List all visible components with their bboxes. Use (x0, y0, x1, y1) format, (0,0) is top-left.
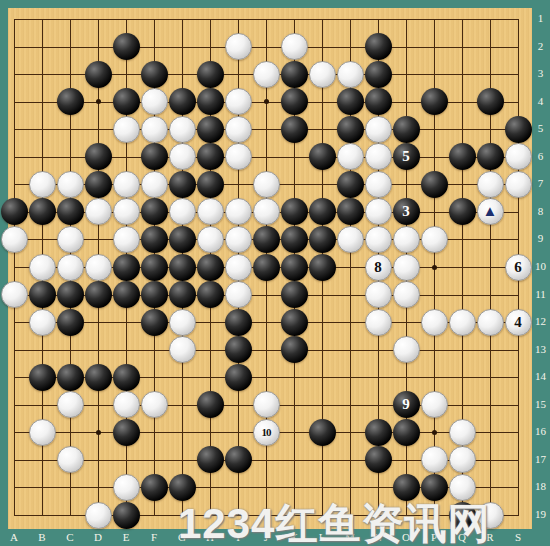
white-stone-F15 (141, 391, 168, 418)
white-stone-O13 (393, 336, 420, 363)
row-label-6: 6 (532, 150, 549, 162)
black-stone-K13 (281, 336, 308, 363)
black-stone-E16 (113, 419, 140, 446)
row-label-18: 18 (532, 480, 549, 492)
white-stone-D19 (85, 502, 112, 529)
black-stone-C11 (57, 281, 84, 308)
white-stone-F4 (141, 88, 168, 115)
black-stone-H5 (197, 116, 224, 143)
row-label-11: 11 (532, 288, 549, 300)
black-stone-L10 (309, 254, 336, 281)
black-stone-J10 (253, 254, 280, 281)
white-stone-C17 (57, 446, 84, 473)
black-stone-K8 (281, 198, 308, 225)
black-stone-B8 (29, 198, 56, 225)
black-stone-N17 (365, 446, 392, 473)
move-number-8: 8 (374, 260, 382, 275)
black-stone-F6 (141, 143, 168, 170)
row-label-9: 9 (532, 232, 549, 244)
white-stone-R7 (477, 171, 504, 198)
black-stone-H10 (197, 254, 224, 281)
black-stone-F3 (141, 61, 168, 88)
watermark-text: 1234红鱼资讯网 (178, 496, 550, 546)
black-stone-G10 (169, 254, 196, 281)
white-stone-F5 (141, 116, 168, 143)
white-stone-E5 (113, 116, 140, 143)
black-stone-O15: 9 (393, 391, 420, 418)
white-stone-I4 (225, 88, 252, 115)
white-stone-O11 (393, 281, 420, 308)
white-stone-C7 (57, 171, 84, 198)
row-label-2: 2 (532, 40, 549, 52)
grid-line (14, 350, 519, 351)
white-stone-N10: 8 (365, 254, 392, 281)
white-stone-M6 (337, 143, 364, 170)
black-stone-D11 (85, 281, 112, 308)
white-stone-S7 (505, 171, 532, 198)
black-stone-N2 (365, 33, 392, 60)
move-number-9: 9 (402, 397, 410, 412)
black-stone-H17 (197, 446, 224, 473)
white-stone-R12 (477, 309, 504, 336)
black-stone-M8 (337, 198, 364, 225)
black-stone-I13 (225, 336, 252, 363)
white-stone-K2 (281, 33, 308, 60)
white-stone-C10 (57, 254, 84, 281)
black-stone-E2 (113, 33, 140, 60)
white-stone-B12 (29, 309, 56, 336)
black-stone-I12 (225, 309, 252, 336)
black-stone-I17 (225, 446, 252, 473)
white-stone-D10 (85, 254, 112, 281)
white-stone-H9 (197, 226, 224, 253)
black-stone-E19 (113, 502, 140, 529)
black-stone-H11 (197, 281, 224, 308)
white-stone-J15 (253, 391, 280, 418)
col-label-E: E (116, 531, 136, 543)
white-stone-B10 (29, 254, 56, 281)
col-label-F: F (144, 531, 164, 543)
black-stone-O5 (393, 116, 420, 143)
black-stone-D14 (85, 364, 112, 391)
black-stone-G11 (169, 281, 196, 308)
row-label-17: 17 (532, 453, 549, 465)
black-stone-G7 (169, 171, 196, 198)
black-stone-C8 (57, 198, 84, 225)
hoshi-dot (264, 99, 269, 104)
black-stone-R6 (477, 143, 504, 170)
white-stone-S6 (505, 143, 532, 170)
white-stone-G12 (169, 309, 196, 336)
black-stone-A8 (1, 198, 28, 225)
black-stone-H4 (197, 88, 224, 115)
white-stone-N8 (365, 198, 392, 225)
white-stone-N7 (365, 171, 392, 198)
white-stone-N5 (365, 116, 392, 143)
white-stone-M3 (337, 61, 364, 88)
white-stone-N12 (365, 309, 392, 336)
white-stone-N11 (365, 281, 392, 308)
white-stone-M9 (337, 226, 364, 253)
black-stone-D6 (85, 143, 112, 170)
black-stone-P7 (421, 171, 448, 198)
black-stone-E4 (113, 88, 140, 115)
white-stone-I8 (225, 198, 252, 225)
white-stone-J16: 10 (253, 419, 280, 446)
white-stone-L3 (309, 61, 336, 88)
white-stone-N9 (365, 226, 392, 253)
white-stone-R8: ▲ (477, 198, 504, 225)
row-label-13: 13 (532, 343, 549, 355)
black-stone-J9 (253, 226, 280, 253)
row-label-5: 5 (532, 122, 549, 134)
white-stone-G13 (169, 336, 196, 363)
row-label-15: 15 (532, 398, 549, 410)
white-stone-C9 (57, 226, 84, 253)
black-stone-F11 (141, 281, 168, 308)
black-stone-Q8 (449, 198, 476, 225)
white-stone-A9 (1, 226, 28, 253)
white-stone-I9 (225, 226, 252, 253)
white-stone-E18 (113, 474, 140, 501)
white-stone-I2 (225, 33, 252, 60)
white-stone-S12: 4 (505, 309, 532, 336)
white-stone-G6 (169, 143, 196, 170)
hoshi-dot (96, 430, 101, 435)
white-stone-F7 (141, 171, 168, 198)
col-label-B: B (32, 531, 52, 543)
black-stone-H6 (197, 143, 224, 170)
col-label-C: C (60, 531, 80, 543)
black-stone-F12 (141, 309, 168, 336)
black-stone-S5 (505, 116, 532, 143)
black-stone-B14 (29, 364, 56, 391)
black-stone-L9 (309, 226, 336, 253)
white-stone-P17 (421, 446, 448, 473)
black-stone-M5 (337, 116, 364, 143)
white-stone-E7 (113, 171, 140, 198)
move-number-10: 10 (262, 427, 271, 438)
white-stone-B7 (29, 171, 56, 198)
black-stone-B11 (29, 281, 56, 308)
black-stone-N3 (365, 61, 392, 88)
white-stone-D8 (85, 198, 112, 225)
triangle-marker-icon: ▲ (483, 204, 498, 219)
white-stone-P12 (421, 309, 448, 336)
row-label-12: 12 (532, 315, 549, 327)
black-stone-O16 (393, 419, 420, 446)
black-stone-D3 (85, 61, 112, 88)
black-stone-D7 (85, 171, 112, 198)
white-stone-I6 (225, 143, 252, 170)
white-stone-H8 (197, 198, 224, 225)
hoshi-dot (432, 430, 437, 435)
white-stone-J3 (253, 61, 280, 88)
white-stone-P15 (421, 391, 448, 418)
black-stone-K5 (281, 116, 308, 143)
white-stone-G8 (169, 198, 196, 225)
black-stone-M7 (337, 171, 364, 198)
row-label-8: 8 (532, 205, 549, 217)
white-stone-Q17 (449, 446, 476, 473)
black-stone-O8: 3 (393, 198, 420, 225)
black-stone-L8 (309, 198, 336, 225)
white-stone-N6 (365, 143, 392, 170)
col-label-D: D (88, 531, 108, 543)
white-stone-O10 (393, 254, 420, 281)
black-stone-L6 (309, 143, 336, 170)
row-label-3: 3 (532, 67, 549, 79)
white-stone-A11 (1, 281, 28, 308)
white-stone-G5 (169, 116, 196, 143)
move-number-5: 5 (402, 149, 410, 164)
white-stone-I11 (225, 281, 252, 308)
black-stone-F18 (141, 474, 168, 501)
white-stone-E15 (113, 391, 140, 418)
col-label-A: A (4, 531, 24, 543)
row-label-7: 7 (532, 177, 549, 189)
black-stone-E10 (113, 254, 140, 281)
black-stone-H3 (197, 61, 224, 88)
white-stone-P9 (421, 226, 448, 253)
black-stone-K12 (281, 309, 308, 336)
go-diagram: 1234红鱼资讯网 ABCDEFGHIJKLMNOPQRS12345678910… (0, 0, 550, 546)
black-stone-H15 (197, 391, 224, 418)
black-stone-H7 (197, 171, 224, 198)
white-stone-O9 (393, 226, 420, 253)
move-number-3: 3 (402, 204, 410, 219)
white-stone-I5 (225, 116, 252, 143)
hoshi-dot (432, 265, 437, 270)
black-stone-R4 (477, 88, 504, 115)
move-number-4: 4 (514, 315, 522, 330)
black-stone-E11 (113, 281, 140, 308)
black-stone-Q6 (449, 143, 476, 170)
black-stone-F9 (141, 226, 168, 253)
white-stone-J7 (253, 171, 280, 198)
black-stone-G9 (169, 226, 196, 253)
black-stone-C14 (57, 364, 84, 391)
black-stone-E14 (113, 364, 140, 391)
black-stone-F8 (141, 198, 168, 225)
hoshi-dot (96, 99, 101, 104)
white-stone-C15 (57, 391, 84, 418)
black-stone-K11 (281, 281, 308, 308)
black-stone-P4 (421, 88, 448, 115)
row-label-1: 1 (532, 12, 549, 24)
white-stone-Q12 (449, 309, 476, 336)
move-number-6: 6 (514, 260, 522, 275)
white-stone-E9 (113, 226, 140, 253)
black-stone-I14 (225, 364, 252, 391)
black-stone-G4 (169, 88, 196, 115)
white-stone-J8 (253, 198, 280, 225)
black-stone-C12 (57, 309, 84, 336)
white-stone-Q16 (449, 419, 476, 446)
black-stone-K3 (281, 61, 308, 88)
white-stone-S10: 6 (505, 254, 532, 281)
row-label-16: 16 (532, 425, 549, 437)
black-stone-C4 (57, 88, 84, 115)
white-stone-E8 (113, 198, 140, 225)
black-stone-K9 (281, 226, 308, 253)
black-stone-M4 (337, 88, 364, 115)
black-stone-K10 (281, 254, 308, 281)
white-stone-I10 (225, 254, 252, 281)
white-stone-B16 (29, 419, 56, 446)
black-stone-O6: 5 (393, 143, 420, 170)
black-stone-L16 (309, 419, 336, 446)
black-stone-F10 (141, 254, 168, 281)
black-stone-N4 (365, 88, 392, 115)
row-label-4: 4 (532, 95, 549, 107)
black-stone-N16 (365, 419, 392, 446)
row-label-14: 14 (532, 370, 549, 382)
black-stone-K4 (281, 88, 308, 115)
row-label-10: 10 (532, 260, 549, 272)
